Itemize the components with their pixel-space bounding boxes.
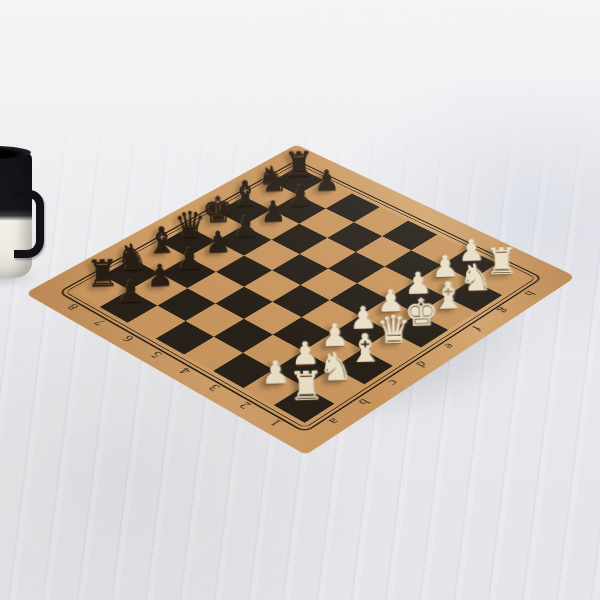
rank-label-8: 8 — [49, 294, 96, 320]
chess-mat: ♜♞♝♛♚♝♞♜♟♟♟♟♟♟♟♟♟♟♟♟♟♟♟♟♜♞♝♛♚♝♞♜ 8765432… — [25, 145, 576, 456]
black-pawn-a7[interactable]: ♟ — [110, 276, 152, 308]
product-photo: ♜♞♝♛♚♝♞♜♟♟♟♟♟♟♟♟♟♟♟♟♟♟♟♟♜♞♝♛♚♝♞♜ 8765432… — [0, 0, 600, 600]
board-scene: ♜♞♝♛♚♝♞♜♟♟♟♟♟♟♟♟♟♟♟♟♟♟♟♟♜♞♝♛♚♝♞♜ 8765432… — [0, 0, 600, 600]
white-rook-a1[interactable]: ♜ — [284, 365, 328, 406]
